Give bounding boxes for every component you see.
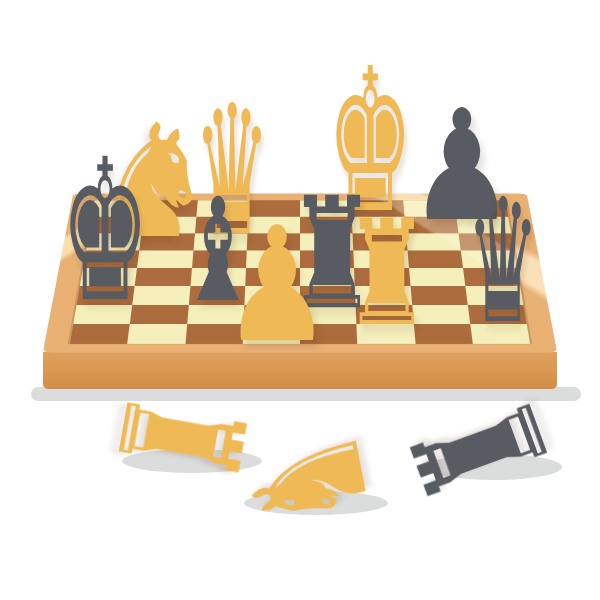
piece-white-pawn-d2[interactable]: ♟ bbox=[222, 206, 331, 365]
piece-black-queen-h2[interactable]: ♛ bbox=[466, 177, 539, 348]
piece-white-rook-f2[interactable]: ♜ bbox=[344, 201, 431, 347]
piece-black-king-a3[interactable]: ♚ bbox=[60, 134, 149, 330]
chess-illustration-scene: ♚♟♞♛♝♚♜♛♜♟♜♞♜ bbox=[0, 0, 600, 600]
